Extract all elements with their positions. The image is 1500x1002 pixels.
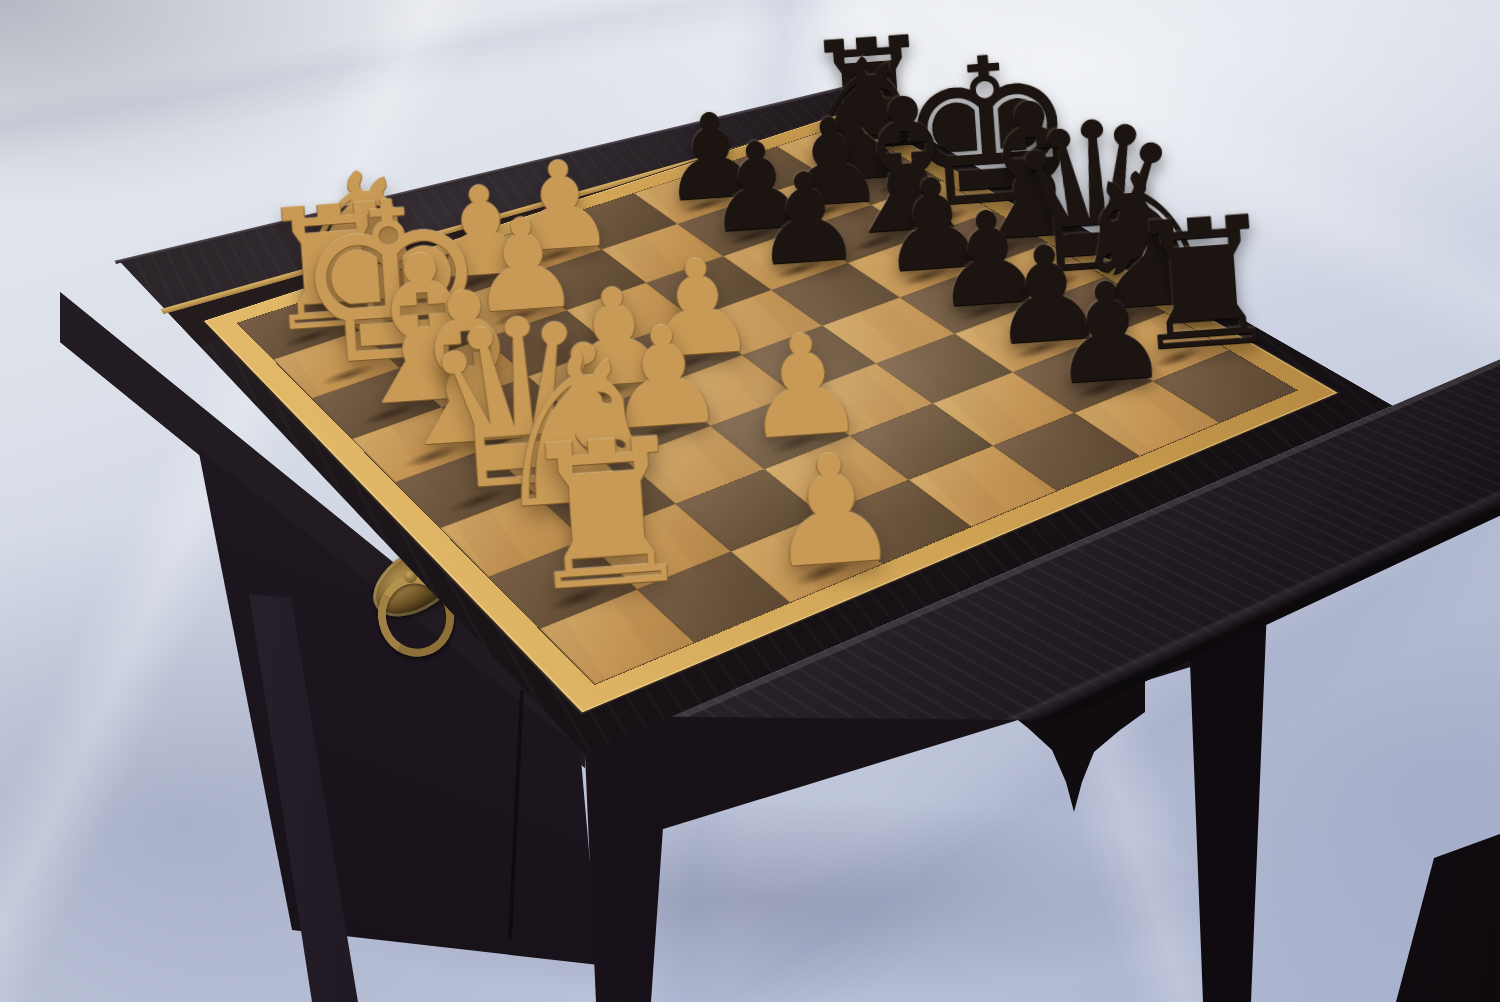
table-top-scene: ♜♞♟♟♟♜♚♟♟♟♞♝♟♝♚♝♟♟♟♝♛♟♟♛♞♟♟♞♜♟♜♟ <box>0 0 1500 1002</box>
piece-white-pawn-c1: ♟ <box>761 447 880 577</box>
piece-white-rook-a2: ♜ <box>512 433 634 603</box>
table-top-plane: ♜♞♟♟♟♜♚♟♟♟♞♝♟♝♚♝♟♟♟♝♛♟♟♛♞♟♟♞♜♟♜♟ <box>119 5 1500 885</box>
piece-black-pawn-g2: ♟ <box>1045 275 1152 392</box>
piece-black-pawn-f6: ♟ <box>748 166 846 273</box>
